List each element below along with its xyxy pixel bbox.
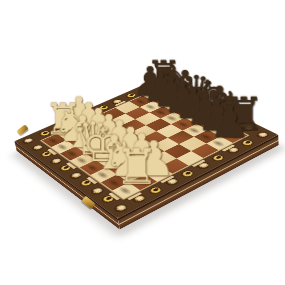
frame-ornament-ring [50, 158, 63, 165]
board-top-surface: ♜♞♝♛♚♝♞♜♟♟♟♟♟♟♟♟♟♟♟♟♟♟♟♟♜♞♝♛♚♝♞♜ [14, 78, 278, 219]
perspective-scene: ♜♞♝♛♚♝♞♜♟♟♟♟♟♟♟♟♟♟♟♟♟♟♟♟♜♞♝♛♚♝♞♜ [0, 0, 285, 285]
piece-white-rook-h1: ♜ [115, 139, 135, 190]
frame-ornament-ring [114, 204, 128, 213]
frame-ornament-ring [69, 172, 82, 179]
frame-ornament-ring [132, 195, 146, 203]
frame-ornament-ring [165, 178, 179, 186]
frame-ornament-ring [196, 162, 210, 169]
frame-brass-grommet [212, 154, 226, 161]
piece-black-pawn-h7: ♟ [209, 95, 228, 143]
chess-board: ♜♞♝♛♚♝♞♜♟♟♟♟♟♟♟♟♟♟♟♟♟♟♟♟♜♞♝♛♚♝♞♜ [14, 78, 278, 219]
frame-ornament-ring [90, 187, 104, 195]
frame-brass-grommet [101, 195, 115, 203]
frame-ornament-ring [226, 147, 239, 154]
frame-inlay-strip [47, 149, 57, 155]
frame-ornament-ring [22, 138, 34, 144]
chess-set-photo: ♜♞♝♛♚♝♞♜♟♟♟♟♟♟♟♟♟♟♟♟♟♟♟♟♜♞♝♛♚♝♞♜ [0, 0, 285, 285]
frame-brass-grommet [80, 179, 93, 187]
frame-ornament-ring [31, 144, 43, 151]
frame-brass-grommet [241, 139, 254, 146]
camera-roll-wrapper: ♜♞♝♛♚♝♞♜♟♟♟♟♟♟♟♟♟♟♟♟♟♟♟♟♜♞♝♛♚♝♞♜ [0, 0, 285, 285]
frame-brass-grommet [181, 170, 195, 178]
frame-brass-grommet [149, 186, 163, 194]
frame-brass-grommet [59, 165, 72, 172]
frame-brass-grommet [40, 151, 52, 158]
